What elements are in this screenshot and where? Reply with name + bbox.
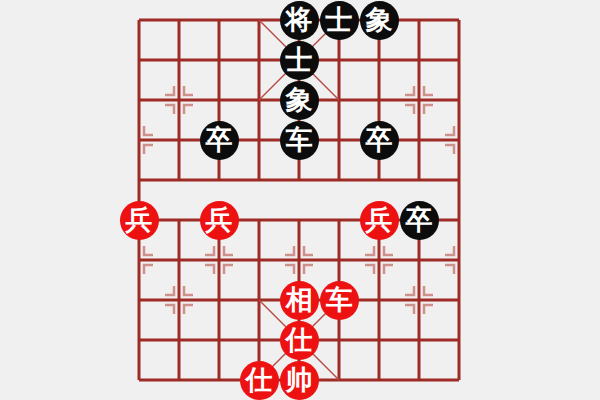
board-cell-e4[interactable] (279, 200, 319, 240)
piece-black-elephant[interactable]: 象 (280, 81, 319, 120)
xiangqi-board: 将士象士象卒车卒兵兵兵卒相车仕仕帅 (0, 0, 600, 400)
piece-black-soldier[interactable]: 卒 (200, 121, 239, 160)
board-cell-d6[interactable] (239, 120, 279, 160)
piece-red-elephant[interactable]: 相 (280, 281, 319, 320)
board-cell-f7[interactable] (319, 80, 359, 120)
board-cell-a6[interactable] (119, 120, 159, 160)
board-cell-f3[interactable] (319, 240, 359, 280)
board-cell-c8[interactable] (199, 40, 239, 80)
board-cell-g7[interactable] (359, 80, 399, 120)
piece-red-chariot[interactable]: 车 (320, 281, 359, 320)
board-cell-b4[interactable] (159, 200, 199, 240)
board-cell-g5[interactable] (359, 160, 399, 200)
board-cell-i2[interactable] (439, 280, 479, 320)
board-cell-d1[interactable] (239, 320, 279, 360)
piece-black-chariot[interactable]: 车 (280, 121, 319, 160)
board-cell-g2[interactable] (359, 280, 399, 320)
board-cell-d5[interactable] (239, 160, 279, 200)
board-cell-f6[interactable] (319, 120, 359, 160)
piece-black-advisor[interactable]: 士 (320, 1, 359, 40)
board-cell-b6[interactable] (159, 120, 199, 160)
board-cell-g3[interactable] (359, 240, 399, 280)
board-cell-i8[interactable] (439, 40, 479, 80)
board-cell-c6[interactable]: 卒 (199, 120, 239, 160)
board-cell-a2[interactable] (119, 280, 159, 320)
board-cell-h3[interactable] (399, 240, 439, 280)
board-cell-f4[interactable] (319, 200, 359, 240)
piece-red-soldier[interactable]: 兵 (120, 201, 159, 240)
piece-red-soldier[interactable]: 兵 (200, 201, 239, 240)
board-cell-f1[interactable] (319, 320, 359, 360)
board-cell-e1[interactable]: 仕 (279, 320, 319, 360)
board-cell-c4[interactable]: 兵 (199, 200, 239, 240)
board-cell-c9[interactable] (199, 0, 239, 40)
board-cell-h6[interactable] (399, 120, 439, 160)
board-cell-h9[interactable] (399, 0, 439, 40)
board-cell-g9[interactable]: 象 (359, 0, 399, 40)
board-cell-i6[interactable] (439, 120, 479, 160)
board-cell-h5[interactable] (399, 160, 439, 200)
board-cell-i9[interactable] (439, 0, 479, 40)
board-cell-h0[interactable] (399, 360, 439, 400)
piece-red-general[interactable]: 帅 (280, 361, 319, 400)
board-cell-h2[interactable] (399, 280, 439, 320)
board-cell-d9[interactable] (239, 0, 279, 40)
piece-red-soldier[interactable]: 兵 (360, 201, 399, 240)
board-cell-f2[interactable]: 车 (319, 280, 359, 320)
board-cell-d2[interactable] (239, 280, 279, 320)
piece-red-advisor[interactable]: 仕 (240, 361, 279, 400)
board-cell-g4[interactable]: 兵 (359, 200, 399, 240)
board-cell-h1[interactable] (399, 320, 439, 360)
board-cell-g6[interactable]: 卒 (359, 120, 399, 160)
board-cell-b8[interactable] (159, 40, 199, 80)
board-cell-c2[interactable] (199, 280, 239, 320)
board-cell-g1[interactable] (359, 320, 399, 360)
board-cell-i3[interactable] (439, 240, 479, 280)
board-cell-e3[interactable] (279, 240, 319, 280)
board-cell-c3[interactable] (199, 240, 239, 280)
board-cell-d4[interactable] (239, 200, 279, 240)
board-cell-e9[interactable]: 将 (279, 0, 319, 40)
piece-black-general[interactable]: 将 (280, 1, 319, 40)
board-cell-h7[interactable] (399, 80, 439, 120)
board-cell-f9[interactable]: 士 (319, 0, 359, 40)
piece-black-soldier[interactable]: 卒 (400, 201, 439, 240)
piece-black-advisor[interactable]: 士 (280, 41, 319, 80)
board-cell-e8[interactable]: 士 (279, 40, 319, 80)
board-cell-i4[interactable] (439, 200, 479, 240)
board-cell-c7[interactable] (199, 80, 239, 120)
board-cell-g0[interactable] (359, 360, 399, 400)
board-cell-h4[interactable]: 卒 (399, 200, 439, 240)
board-cell-a9[interactable] (119, 0, 159, 40)
board-cell-a4[interactable]: 兵 (119, 200, 159, 240)
board-cell-b0[interactable] (159, 360, 199, 400)
board-cell-b1[interactable] (159, 320, 199, 360)
board-cell-g8[interactable] (359, 40, 399, 80)
board-cell-c1[interactable] (199, 320, 239, 360)
board-cell-b2[interactable] (159, 280, 199, 320)
board-cell-h8[interactable] (399, 40, 439, 80)
board-cell-i5[interactable] (439, 160, 479, 200)
board-cell-d7[interactable] (239, 80, 279, 120)
board-cell-b7[interactable] (159, 80, 199, 120)
piece-black-elephant[interactable]: 象 (360, 1, 399, 40)
board-cell-a5[interactable] (119, 160, 159, 200)
board-cell-f8[interactable] (319, 40, 359, 80)
board-cell-a0[interactable] (119, 360, 159, 400)
board-cell-a8[interactable] (119, 40, 159, 80)
board-cell-c0[interactable] (199, 360, 239, 400)
board-cell-i1[interactable] (439, 320, 479, 360)
board-cell-b5[interactable] (159, 160, 199, 200)
board-cell-f5[interactable] (319, 160, 359, 200)
board-cell-d0[interactable]: 仕 (239, 360, 279, 400)
board-cell-i0[interactable] (439, 360, 479, 400)
board-cell-e7[interactable]: 象 (279, 80, 319, 120)
board-cell-e2[interactable]: 相 (279, 280, 319, 320)
board-cell-d3[interactable] (239, 240, 279, 280)
board-intersections: 将士象士象卒车卒兵兵兵卒相车仕仕帅 (119, 0, 479, 400)
piece-black-soldier[interactable]: 卒 (360, 121, 399, 160)
board-cell-e0[interactable]: 帅 (279, 360, 319, 400)
piece-red-advisor[interactable]: 仕 (280, 321, 319, 360)
board-cell-a7[interactable] (119, 80, 159, 120)
board-cell-e5[interactable] (279, 160, 319, 200)
board-cell-d8[interactable] (239, 40, 279, 80)
board-cell-a1[interactable] (119, 320, 159, 360)
board-cell-e6[interactable]: 车 (279, 120, 319, 160)
board-cell-c5[interactable] (199, 160, 239, 200)
board-cell-a3[interactable] (119, 240, 159, 280)
board-cell-b3[interactable] (159, 240, 199, 280)
board-cell-f0[interactable] (319, 360, 359, 400)
board-cell-b9[interactable] (159, 0, 199, 40)
board-cell-i7[interactable] (439, 80, 479, 120)
